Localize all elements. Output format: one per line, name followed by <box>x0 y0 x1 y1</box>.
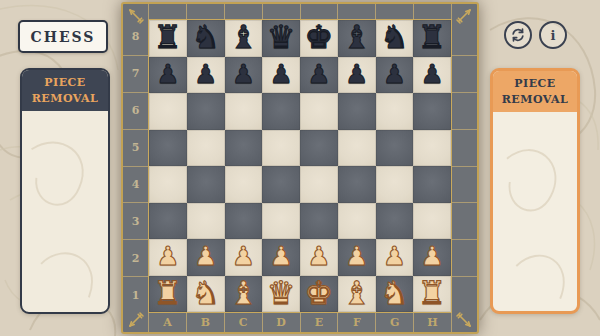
piece-removal-panel-left: PIECE REMOVAL <box>20 68 110 314</box>
square-e6[interactable] <box>300 93 338 130</box>
frame-cell-right <box>452 202 477 239</box>
piece-black-rook[interactable]: ♜ <box>418 21 447 53</box>
piece-black-pawn[interactable]: ♟ <box>383 61 406 87</box>
piece-white-pawn[interactable]: ♟ <box>383 243 406 269</box>
square-e1[interactable]: ♚ <box>300 276 338 313</box>
square-g3[interactable] <box>376 203 414 240</box>
square-c1[interactable]: ♝ <box>225 276 263 313</box>
piece-black-knight[interactable]: ♞ <box>380 21 409 53</box>
frame-cell-right <box>452 166 477 203</box>
frame-cell-right <box>452 129 477 166</box>
piece-white-queen[interactable]: ♛ <box>267 277 296 309</box>
square-c3[interactable] <box>225 203 263 240</box>
frame-cell-top <box>186 4 224 19</box>
rank-label-6: 6 <box>123 92 148 129</box>
square-e8[interactable]: ♚ <box>300 20 338 57</box>
frame-cell-right <box>452 92 477 129</box>
square-b2[interactable]: ♟ <box>187 239 225 276</box>
square-h6[interactable] <box>413 93 451 130</box>
square-d5[interactable] <box>262 130 300 167</box>
piece-removal-panel-right: PIECE REMOVAL <box>490 68 580 314</box>
piece-white-rook[interactable]: ♜ <box>418 277 447 309</box>
frame-cell-right <box>452 276 477 313</box>
piece-removal-header-right: PIECE REMOVAL <box>493 71 577 112</box>
piece-white-pawn[interactable]: ♟ <box>269 243 292 269</box>
board-squares: ♜♞♝♛♚♝♞♜♟♟♟♟♟♟♟♟♟♟♟♟♟♟♟♟♜♞♝♛♚♝♞♜ <box>148 19 452 313</box>
compass-arrow-icon <box>455 5 475 25</box>
piece-black-rook[interactable]: ♜ <box>154 21 183 53</box>
frame-cell-top <box>375 4 413 19</box>
square-a2[interactable]: ♟ <box>149 239 187 276</box>
rank-label-2: 2 <box>123 239 148 276</box>
piece-white-knight[interactable]: ♞ <box>380 277 409 309</box>
square-a3[interactable] <box>149 203 187 240</box>
piece-black-pawn[interactable]: ♟ <box>269 61 292 87</box>
square-b3[interactable] <box>187 203 225 240</box>
frame-cell-top <box>337 4 375 19</box>
square-h1[interactable]: ♜ <box>413 276 451 313</box>
piece-white-pawn[interactable]: ♟ <box>307 243 330 269</box>
square-a7[interactable]: ♟ <box>149 57 187 94</box>
frame-cell-top <box>413 4 451 19</box>
square-e7[interactable]: ♟ <box>300 57 338 94</box>
square-h8[interactable]: ♜ <box>413 20 451 57</box>
square-d3[interactable] <box>262 203 300 240</box>
square-b8[interactable]: ♞ <box>187 20 225 57</box>
piece-white-pawn[interactable]: ♟ <box>345 243 368 269</box>
square-f5[interactable] <box>338 130 376 167</box>
square-a6[interactable] <box>149 93 187 130</box>
piece-black-bishop[interactable]: ♝ <box>229 21 258 53</box>
file-label-a: A <box>148 313 186 332</box>
square-d4[interactable] <box>262 166 300 203</box>
square-g7[interactable]: ♟ <box>376 57 414 94</box>
square-d8[interactable]: ♛ <box>262 20 300 57</box>
piece-removal-tray-left[interactable] <box>22 111 108 314</box>
square-e4[interactable] <box>300 166 338 203</box>
square-f2[interactable]: ♟ <box>338 239 376 276</box>
piece-black-knight[interactable]: ♞ <box>191 21 220 53</box>
square-f7[interactable]: ♟ <box>338 57 376 94</box>
square-g6[interactable] <box>376 93 414 130</box>
square-c2[interactable]: ♟ <box>225 239 263 276</box>
square-c4[interactable] <box>225 166 263 203</box>
piece-white-bishop[interactable]: ♝ <box>229 277 258 309</box>
square-c8[interactable]: ♝ <box>225 20 263 57</box>
board-frame-top <box>123 4 477 19</box>
piece-black-pawn[interactable]: ♟ <box>420 61 443 87</box>
frame-cell-right <box>452 239 477 276</box>
square-h5[interactable] <box>413 130 451 167</box>
square-b6[interactable] <box>187 93 225 130</box>
square-f3[interactable] <box>338 203 376 240</box>
square-b1[interactable]: ♞ <box>187 276 225 313</box>
piece-black-pawn[interactable]: ♟ <box>194 61 217 87</box>
file-label-e: E <box>300 313 338 332</box>
square-d7[interactable]: ♟ <box>262 57 300 94</box>
reset-button[interactable] <box>504 21 532 49</box>
piece-removal-header-left: PIECE REMOVAL <box>22 70 108 111</box>
rank-label-7: 7 <box>123 55 148 92</box>
square-h7[interactable]: ♟ <box>413 57 451 94</box>
piece-white-rook[interactable]: ♜ <box>154 277 183 309</box>
rank-label-3: 3 <box>123 202 148 239</box>
square-d1[interactable]: ♛ <box>262 276 300 313</box>
rank-label-1: 1 <box>123 276 148 313</box>
rank-label-5: 5 <box>123 129 148 166</box>
compass-arrow-icon <box>125 311 145 331</box>
frame-cell-top <box>148 4 186 19</box>
piece-black-bishop[interactable]: ♝ <box>342 21 371 53</box>
piece-white-bishop[interactable]: ♝ <box>342 277 371 309</box>
square-a5[interactable] <box>149 130 187 167</box>
piece-white-pawn[interactable]: ♟ <box>420 243 443 269</box>
square-g5[interactable] <box>376 130 414 167</box>
rank-labels: 87654321 <box>123 19 148 313</box>
piece-white-king[interactable]: ♚ <box>305 277 334 309</box>
piece-black-pawn[interactable]: ♟ <box>345 61 368 87</box>
piece-white-pawn[interactable]: ♟ <box>194 243 217 269</box>
square-g2[interactable]: ♟ <box>376 239 414 276</box>
square-h3[interactable] <box>413 203 451 240</box>
square-g8[interactable]: ♞ <box>376 20 414 57</box>
square-b5[interactable] <box>187 130 225 167</box>
square-a4[interactable] <box>149 166 187 203</box>
square-h2[interactable]: ♟ <box>413 239 451 276</box>
game-title-box: CHESS <box>18 20 108 53</box>
square-f6[interactable] <box>338 93 376 130</box>
compass-arrow-icon <box>455 311 475 331</box>
square-d2[interactable]: ♟ <box>262 239 300 276</box>
piece-black-pawn[interactable]: ♟ <box>307 61 330 87</box>
frame-cell-top <box>300 4 338 19</box>
frame-cell-top <box>224 4 262 19</box>
file-label-c: C <box>224 313 262 332</box>
file-label-d: D <box>262 313 300 332</box>
piece-white-knight[interactable]: ♞ <box>191 277 220 309</box>
info-icon: i <box>551 28 556 43</box>
square-c7[interactable]: ♟ <box>225 57 263 94</box>
square-e5[interactable] <box>300 130 338 167</box>
file-label-h: H <box>413 313 451 332</box>
square-a1[interactable]: ♜ <box>149 276 187 313</box>
square-c5[interactable] <box>225 130 263 167</box>
refresh-icon <box>510 27 526 43</box>
square-g1[interactable]: ♞ <box>376 276 414 313</box>
game-title: CHESS <box>31 29 96 45</box>
square-f1[interactable]: ♝ <box>338 276 376 313</box>
piece-black-pawn[interactable]: ♟ <box>232 61 255 87</box>
rank-label-4: 4 <box>123 166 148 203</box>
square-f4[interactable] <box>338 166 376 203</box>
frame-cell-top <box>262 4 300 19</box>
square-e2[interactable]: ♟ <box>300 239 338 276</box>
square-d6[interactable] <box>262 93 300 130</box>
square-h4[interactable] <box>413 166 451 203</box>
compass-arrow-icon <box>125 5 145 25</box>
square-c6[interactable] <box>225 93 263 130</box>
square-b4[interactable] <box>187 166 225 203</box>
piece-black-queen[interactable]: ♛ <box>267 21 296 53</box>
piece-removal-tray-right[interactable] <box>493 112 577 314</box>
piece-white-pawn[interactable]: ♟ <box>232 243 255 269</box>
file-label-b: B <box>186 313 224 332</box>
square-g4[interactable] <box>376 166 414 203</box>
file-label-f: F <box>337 313 375 332</box>
chess-board: 87654321 ♜♞♝♛♚♝♞♜♟♟♟♟♟♟♟♟♟♟♟♟♟♟♟♟♜♞♝♛♚♝♞… <box>121 2 479 334</box>
square-f8[interactable]: ♝ <box>338 20 376 57</box>
piece-black-king[interactable]: ♚ <box>305 21 334 53</box>
board-frame-right <box>452 19 477 313</box>
piece-black-pawn[interactable]: ♟ <box>156 61 179 87</box>
square-a8[interactable]: ♜ <box>149 20 187 57</box>
file-label-g: G <box>375 313 413 332</box>
frame-cell-right <box>452 55 477 92</box>
square-b7[interactable]: ♟ <box>187 57 225 94</box>
info-button[interactable]: i <box>539 21 567 49</box>
file-labels: ABCDEFGH <box>123 313 477 332</box>
square-e3[interactable] <box>300 203 338 240</box>
piece-white-pawn[interactable]: ♟ <box>156 243 179 269</box>
